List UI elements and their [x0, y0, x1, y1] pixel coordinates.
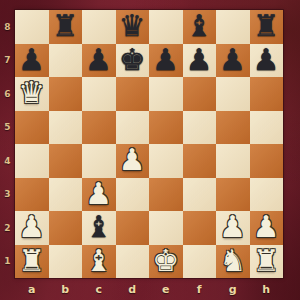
square-d4[interactable]: ♟ — [116, 144, 150, 178]
square-g6[interactable] — [216, 77, 250, 111]
square-e2[interactable] — [149, 211, 183, 245]
square-h2[interactable]: ♟ — [250, 211, 284, 245]
file-label-h: h — [250, 279, 284, 299]
piece-white-king[interactable]: ♚ — [152, 244, 179, 277]
piece-white-knight[interactable]: ♞ — [219, 244, 246, 277]
rank-label-7: 7 — [0, 44, 15, 78]
square-c2[interactable]: ♝ — [82, 211, 116, 245]
rank-label-3: 3 — [0, 178, 15, 212]
file-label-e: e — [149, 279, 183, 299]
square-c8[interactable] — [82, 10, 116, 44]
square-e3[interactable] — [149, 178, 183, 212]
square-e5[interactable] — [149, 111, 183, 145]
piece-black-king[interactable]: ♚ — [119, 43, 146, 76]
square-a5[interactable] — [15, 111, 49, 145]
rank-label-1: 1 — [0, 245, 15, 279]
square-a7[interactable]: ♟ — [15, 44, 49, 78]
square-f7[interactable]: ♟ — [183, 44, 217, 78]
square-a1[interactable]: ♜ — [15, 245, 49, 279]
square-d5[interactable] — [116, 111, 150, 145]
file-label-g: g — [216, 279, 250, 299]
square-a3[interactable] — [15, 178, 49, 212]
square-d2[interactable] — [116, 211, 150, 245]
square-h8[interactable]: ♜ — [250, 10, 284, 44]
piece-black-pawn[interactable]: ♟ — [18, 43, 45, 76]
square-c7[interactable]: ♟ — [82, 44, 116, 78]
piece-black-bishop[interactable]: ♝ — [85, 210, 112, 243]
rank-label-2: 2 — [0, 211, 15, 245]
square-b7[interactable] — [49, 44, 83, 78]
square-h6[interactable] — [250, 77, 284, 111]
square-g4[interactable] — [216, 144, 250, 178]
piece-white-pawn[interactable]: ♟ — [253, 210, 280, 243]
square-f4[interactable] — [183, 144, 217, 178]
square-c1[interactable]: ♝ — [82, 245, 116, 279]
piece-white-pawn[interactable]: ♟ — [18, 210, 45, 243]
rank-label-5: 5 — [0, 111, 15, 145]
piece-white-queen[interactable]: ♛ — [18, 76, 45, 109]
square-e8[interactable] — [149, 10, 183, 44]
piece-black-pawn[interactable]: ♟ — [152, 43, 179, 76]
square-h4[interactable] — [250, 144, 284, 178]
piece-white-rook[interactable]: ♜ — [253, 244, 280, 277]
square-c4[interactable] — [82, 144, 116, 178]
rank-label-6: 6 — [0, 77, 15, 111]
square-h3[interactable] — [250, 178, 284, 212]
square-f5[interactable] — [183, 111, 217, 145]
square-h7[interactable]: ♟ — [250, 44, 284, 78]
square-b1[interactable] — [49, 245, 83, 279]
square-g3[interactable] — [216, 178, 250, 212]
square-f1[interactable] — [183, 245, 217, 279]
square-b2[interactable] — [49, 211, 83, 245]
square-a8[interactable] — [15, 10, 49, 44]
piece-black-queen[interactable]: ♛ — [119, 9, 146, 42]
square-h1[interactable]: ♜ — [250, 245, 284, 279]
square-e6[interactable] — [149, 77, 183, 111]
square-c3[interactable]: ♟ — [82, 178, 116, 212]
piece-white-rook[interactable]: ♜ — [18, 244, 45, 277]
square-b5[interactable] — [49, 111, 83, 145]
chess-board-frame: ♜♛♝♜♟♟♚♟♟♟♟♛♟♟♟♝♟♟♜♝♚♞♜ 87654321 abcdefg… — [0, 0, 300, 300]
square-d6[interactable] — [116, 77, 150, 111]
file-label-d: d — [116, 279, 150, 299]
piece-white-bishop[interactable]: ♝ — [85, 244, 112, 277]
square-f2[interactable] — [183, 211, 217, 245]
square-b6[interactable] — [49, 77, 83, 111]
square-f6[interactable] — [183, 77, 217, 111]
file-label-a: a — [15, 279, 49, 299]
piece-black-rook[interactable]: ♜ — [253, 9, 280, 42]
square-a4[interactable] — [15, 144, 49, 178]
piece-black-pawn[interactable]: ♟ — [85, 43, 112, 76]
square-d8[interactable]: ♛ — [116, 10, 150, 44]
square-c5[interactable] — [82, 111, 116, 145]
square-d3[interactable] — [116, 178, 150, 212]
file-label-c: c — [82, 279, 116, 299]
square-g8[interactable] — [216, 10, 250, 44]
square-a2[interactable]: ♟ — [15, 211, 49, 245]
piece-white-pawn[interactable]: ♟ — [119, 143, 146, 176]
square-g2[interactable]: ♟ — [216, 211, 250, 245]
square-a6[interactable]: ♛ — [15, 77, 49, 111]
square-e4[interactable] — [149, 144, 183, 178]
piece-white-pawn[interactable]: ♟ — [85, 177, 112, 210]
square-c6[interactable] — [82, 77, 116, 111]
square-d1[interactable] — [116, 245, 150, 279]
square-g1[interactable]: ♞ — [216, 245, 250, 279]
square-g5[interactable] — [216, 111, 250, 145]
square-g7[interactable]: ♟ — [216, 44, 250, 78]
square-d7[interactable]: ♚ — [116, 44, 150, 78]
file-label-b: b — [49, 279, 83, 299]
piece-black-bishop[interactable]: ♝ — [186, 9, 213, 42]
square-b4[interactable] — [49, 144, 83, 178]
square-e1[interactable]: ♚ — [149, 245, 183, 279]
piece-black-pawn[interactable]: ♟ — [186, 43, 213, 76]
piece-black-rook[interactable]: ♜ — [52, 9, 79, 42]
piece-black-pawn[interactable]: ♟ — [253, 43, 280, 76]
file-label-f: f — [183, 279, 217, 299]
piece-black-pawn[interactable]: ♟ — [219, 43, 246, 76]
square-f8[interactable]: ♝ — [183, 10, 217, 44]
rank-label-4: 4 — [0, 144, 15, 178]
square-b3[interactable] — [49, 178, 83, 212]
square-b8[interactable]: ♜ — [49, 10, 83, 44]
piece-white-pawn[interactable]: ♟ — [219, 210, 246, 243]
chess-board: ♜♛♝♜♟♟♚♟♟♟♟♛♟♟♟♝♟♟♜♝♚♞♜ — [15, 10, 283, 278]
square-f3[interactable] — [183, 178, 217, 212]
square-h5[interactable] — [250, 111, 284, 145]
square-e7[interactable]: ♟ — [149, 44, 183, 78]
rank-label-8: 8 — [0, 10, 15, 44]
